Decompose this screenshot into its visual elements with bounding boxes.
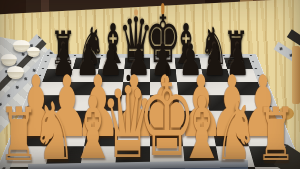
king-finial — [166, 64, 169, 76]
king-finial — [162, 3, 165, 15]
piece-white-knight-g1[interactable]: ♞ — [215, 93, 258, 169]
chess-photo-scene: ♜♞♝♛♚♝♞♜♟♟♟♟♟♟♟♟♟♟♟♟♟♟♟♟♜♞♝♛♚♝♞♜ — [0, 0, 300, 169]
queen-finial — [134, 10, 138, 16]
pieces-layer: ♜♞♝♛♚♝♞♜♟♟♟♟♟♟♟♟♟♟♟♟♟♟♟♟♜♞♝♛♚♝♞♜ — [0, 0, 300, 169]
piece-white-rook-h1[interactable]: ♜ — [256, 99, 296, 169]
queen-finial — [126, 74, 130, 80]
